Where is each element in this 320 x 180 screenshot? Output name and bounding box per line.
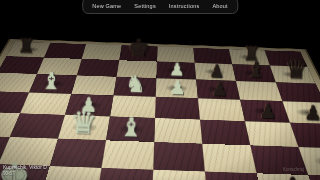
piece-black-pawn[interactable]: ♟ [211,79,228,98]
piece-white-bishop[interactable]: ♝ [118,113,143,140]
app-window: ♜♚♜♟♟♝♛♝♞♟♟♟♟♟♛♝♟♚♝♞ New Game Settings I… [0,0,320,180]
square-c7[interactable] [77,59,120,77]
board-3d-wrapper: ♜♚♜♟♟♝♛♝♞♟♟♟♟♟♛♝♟♚♝♞ [0,42,320,180]
square-c2[interactable] [40,166,101,180]
menu-bar: New Game Settings Instructions About [82,0,238,14]
menu-item-new-game[interactable]: New Game [90,2,123,10]
piece-white-knight[interactable]: ♞ [124,72,146,96]
menu-item-settings[interactable]: Settings [132,2,157,10]
square-d8[interactable]: ♚ [119,45,157,61]
piece-white-queen[interactable]: ♛ [68,107,97,139]
menu-item-about[interactable]: About [210,2,229,10]
player-label-black: Kortschnoj [283,167,304,172]
square-f4[interactable] [200,120,250,146]
square-g7[interactable]: ♝ [232,64,276,82]
player-white-detail: 90-57 [3,171,47,176]
square-c3[interactable] [50,139,106,168]
menu-item-instructions[interactable]: Instructions [167,2,202,10]
square-d4[interactable]: ♝ [106,116,155,142]
square-h2[interactable] [308,175,320,180]
square-b6[interactable]: ♝ [29,74,77,94]
square-b4[interactable] [10,113,65,138]
piece-black-bishop[interactable]: ♝ [246,59,267,82]
square-f5[interactable] [198,98,245,121]
piece-white-bishop[interactable]: ♝ [40,69,62,93]
piece-black-king[interactable]: ♚ [127,36,150,61]
square-f6[interactable]: ♟ [196,80,240,100]
piece-black-bishop[interactable]: ♝ [277,174,306,180]
piece-black-pawn[interactable]: ♟ [258,101,277,122]
square-h4[interactable] [290,123,320,149]
player-label-white: Kupreichik, Viktor D 90-57 [3,164,47,176]
piece-black-pawn[interactable]: ♟ [303,102,320,123]
square-e6[interactable]: ♟ [156,78,198,98]
board-scene: ♜♚♜♟♟♝♛♝♞♟♟♟♟♟♛♝♟♚♝♞ [0,0,320,180]
piece-white-pawn[interactable]: ♟ [168,78,185,97]
square-d3[interactable] [102,140,155,169]
square-c8[interactable] [82,44,122,60]
chess-board: ♜♚♜♟♟♝♛♝♞♟♟♟♟♟♛♝♟♚♝♞ [0,42,320,180]
square-c4[interactable]: ♛ [58,115,110,141]
square-f3[interactable] [202,144,256,174]
square-d6[interactable]: ♞ [114,77,157,97]
square-b8[interactable] [44,43,86,59]
player-white-name: Kupreichik, Viktor D [3,164,47,170]
piece-black-rook[interactable]: ♜ [17,36,36,57]
square-e4[interactable] [154,118,202,144]
piece-black-queen[interactable]: ♛ [284,56,308,82]
square-e5[interactable] [155,97,200,120]
square-d2[interactable] [96,168,153,180]
piece-shadow [311,156,320,169]
square-h7[interactable]: ♛ [270,65,316,83]
square-b5[interactable] [20,92,71,114]
square-e3[interactable] [153,142,205,171]
square-g4[interactable] [245,121,299,147]
square-f2[interactable] [205,171,264,180]
